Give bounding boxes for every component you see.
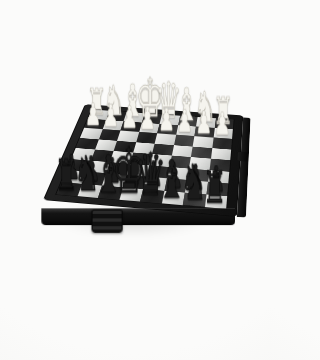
case-right-side (237, 117, 251, 217)
case-front-edge (41, 208, 235, 225)
white-pawn: ♟ (158, 104, 175, 135)
white-pawn: ♟ (214, 108, 231, 139)
white-pawn: ♟ (139, 103, 156, 134)
chess-set: ♜♞♝♚♛♝♞♜♟♟♟♟♟♟♟♟♟♟♟♟♟♟♟♟♜♞♝♚♛♝♞♜ (64, 66, 240, 242)
white-pawn: ♟ (195, 107, 212, 138)
white-pawn: ♟ (121, 101, 138, 132)
chess-board: ♜♞♝♚♛♝♞♜♟♟♟♟♟♟♟♟♟♟♟♟♟♟♟♟♜♞♝♚♛♝♞♜ (56, 109, 233, 209)
white-pawn: ♟ (103, 100, 120, 131)
folding-board-case: ♜♞♝♚♛♝♞♜♟♟♟♟♟♟♟♟♟♟♟♟♟♟♟♟♜♞♝♚♛♝♞♜ (43, 104, 243, 217)
square: ♜ (204, 194, 227, 209)
square: ♟ (213, 128, 233, 139)
case-latch (92, 209, 123, 232)
square (174, 135, 195, 147)
product-photo: ♜♞♝♚♛♝♞♜♟♟♟♟♟♟♟♟♟♟♟♟♟♟♟♟♜♞♝♚♛♝♞♜ (0, 0, 270, 360)
black-rook: ♜ (203, 165, 227, 209)
square: ♟ (157, 124, 178, 135)
white-pawn: ♟ (85, 99, 102, 130)
square: ♟ (194, 126, 214, 137)
white-pawn: ♟ (176, 105, 193, 136)
square: ♟ (176, 125, 196, 136)
